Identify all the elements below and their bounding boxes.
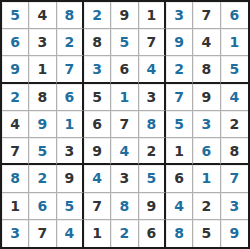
cell-r4c9[interactable]: 4 <box>221 84 248 111</box>
cell-r3c7[interactable]: 2 <box>166 56 193 83</box>
cell-r7c6[interactable]: 5 <box>139 165 166 192</box>
cell-r4c5[interactable]: 1 <box>111 84 138 111</box>
cell-r3c1[interactable]: 9 <box>2 56 29 83</box>
cell-r7c1[interactable]: 8 <box>2 165 29 192</box>
cell-r5c4[interactable]: 6 <box>84 111 111 138</box>
cell-r9c5[interactable]: 2 <box>111 220 138 247</box>
cell-r1c7[interactable]: 3 <box>166 2 193 29</box>
cell-r3c2[interactable]: 1 <box>29 56 56 83</box>
cell-r8c6[interactable]: 9 <box>139 193 166 220</box>
cell-r9c1[interactable]: 3 <box>2 220 29 247</box>
cell-r2c3[interactable]: 2 <box>57 29 84 56</box>
cell-r4c6[interactable]: 3 <box>139 84 166 111</box>
cell-r6c5[interactable]: 4 <box>111 138 138 165</box>
cell-r8c5[interactable]: 8 <box>111 193 138 220</box>
cell-r2c4[interactable]: 8 <box>84 29 111 56</box>
cell-r7c7[interactable]: 6 <box>166 165 193 192</box>
cell-r5c1[interactable]: 4 <box>2 111 29 138</box>
cell-r7c3[interactable]: 9 <box>57 165 84 192</box>
cell-r2c9[interactable]: 1 <box>221 29 248 56</box>
cell-r3c8[interactable]: 8 <box>193 56 220 83</box>
cell-r1c1[interactable]: 5 <box>2 2 29 29</box>
cell-r6c6[interactable]: 2 <box>139 138 166 165</box>
cell-r7c5[interactable]: 3 <box>111 165 138 192</box>
cell-r6c7[interactable]: 1 <box>166 138 193 165</box>
cell-r8c4[interactable]: 7 <box>84 193 111 220</box>
cell-r7c9[interactable]: 7 <box>221 165 248 192</box>
cell-r6c2[interactable]: 5 <box>29 138 56 165</box>
cell-r2c8[interactable]: 4 <box>193 29 220 56</box>
cell-r6c9[interactable]: 8 <box>221 138 248 165</box>
cell-r6c8[interactable]: 6 <box>193 138 220 165</box>
cell-r1c6[interactable]: 1 <box>139 2 166 29</box>
cell-r8c7[interactable]: 4 <box>166 193 193 220</box>
cell-r8c8[interactable]: 2 <box>193 193 220 220</box>
cell-r9c9[interactable]: 9 <box>221 220 248 247</box>
cell-r7c2[interactable]: 2 <box>29 165 56 192</box>
cell-r5c3[interactable]: 1 <box>57 111 84 138</box>
cell-r4c3[interactable]: 6 <box>57 84 84 111</box>
cell-r9c6[interactable]: 6 <box>139 220 166 247</box>
cell-r1c2[interactable]: 4 <box>29 2 56 29</box>
cell-r9c2[interactable]: 7 <box>29 220 56 247</box>
cell-r2c6[interactable]: 7 <box>139 29 166 56</box>
cell-r6c1[interactable]: 7 <box>2 138 29 165</box>
cell-r4c8[interactable]: 9 <box>193 84 220 111</box>
cell-r3c4[interactable]: 3 <box>84 56 111 83</box>
cell-r4c4[interactable]: 5 <box>84 84 111 111</box>
cell-r9c3[interactable]: 4 <box>57 220 84 247</box>
cell-r5c5[interactable]: 7 <box>111 111 138 138</box>
cell-r9c7[interactable]: 8 <box>166 220 193 247</box>
cell-r5c2[interactable]: 9 <box>29 111 56 138</box>
cell-r8c2[interactable]: 6 <box>29 193 56 220</box>
cell-r2c1[interactable]: 6 <box>2 29 29 56</box>
cell-r8c3[interactable]: 5 <box>57 193 84 220</box>
cell-r1c5[interactable]: 9 <box>111 2 138 29</box>
cell-r7c4[interactable]: 4 <box>84 165 111 192</box>
cell-r1c8[interactable]: 7 <box>193 2 220 29</box>
cell-r5c9[interactable]: 2 <box>221 111 248 138</box>
cell-r2c5[interactable]: 5 <box>111 29 138 56</box>
cell-r6c4[interactable]: 9 <box>84 138 111 165</box>
cell-r2c2[interactable]: 3 <box>29 29 56 56</box>
sudoku-board: 5482913766328579419173642852865137944916… <box>0 0 250 249</box>
cell-r3c5[interactable]: 6 <box>111 56 138 83</box>
cell-r1c9[interactable]: 6 <box>221 2 248 29</box>
cell-r8c1[interactable]: 1 <box>2 193 29 220</box>
cell-r5c7[interactable]: 5 <box>166 111 193 138</box>
cell-r6c3[interactable]: 3 <box>57 138 84 165</box>
cell-r1c3[interactable]: 8 <box>57 2 84 29</box>
cell-r9c8[interactable]: 5 <box>193 220 220 247</box>
cell-r4c7[interactable]: 7 <box>166 84 193 111</box>
cell-r2c7[interactable]: 9 <box>166 29 193 56</box>
cell-r3c3[interactable]: 7 <box>57 56 84 83</box>
cell-r1c4[interactable]: 2 <box>84 2 111 29</box>
cell-r5c6[interactable]: 8 <box>139 111 166 138</box>
cell-r8c9[interactable]: 3 <box>221 193 248 220</box>
cell-r3c9[interactable]: 5 <box>221 56 248 83</box>
cell-r3c6[interactable]: 4 <box>139 56 166 83</box>
cell-r5c8[interactable]: 3 <box>193 111 220 138</box>
cell-r7c8[interactable]: 1 <box>193 165 220 192</box>
cell-r4c1[interactable]: 2 <box>2 84 29 111</box>
cell-r9c4[interactable]: 1 <box>84 220 111 247</box>
sudoku-app: 5482913766328579419173642852865137944916… <box>0 0 250 249</box>
cell-r4c2[interactable]: 8 <box>29 84 56 111</box>
